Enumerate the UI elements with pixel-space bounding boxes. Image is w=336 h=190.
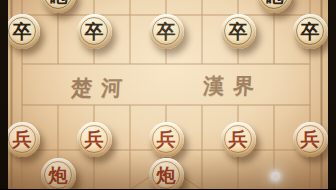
piece-red-soldier-g7[interactable]: 兵 [221, 122, 256, 157]
piece-red-soldier-i7[interactable]: 兵 [293, 122, 328, 157]
piece-red-cannon-b8[interactable]: 炮 [41, 158, 76, 190]
piece-black-soldier-a4[interactable]: 卒 [5, 14, 40, 49]
piece-glyph: 兵 [157, 130, 176, 149]
piece-glyph: 兵 [229, 130, 248, 149]
piece-glyph: 炮 [157, 166, 176, 185]
piece-glyph: 炮 [49, 166, 68, 185]
piece-red-cannon-e8[interactable]: 炮 [149, 158, 184, 190]
piece-glyph: 兵 [301, 130, 320, 149]
piece-black-soldier-i4[interactable]: 卒 [293, 14, 328, 49]
piece-glyph: 卒 [85, 22, 104, 41]
letterbox-right-bar [328, 0, 336, 189]
piece-glyph: 卒 [229, 22, 248, 41]
piece-glyph: 卒 [301, 22, 320, 41]
piece-glyph: 砲 [49, 0, 68, 5]
piece-red-soldier-a7[interactable]: 兵 [5, 122, 40, 157]
piece-glyph: 砲 [265, 0, 284, 5]
move-origin-glow-h8 [271, 172, 280, 181]
letterbox-left-bar [0, 0, 8, 189]
river-label-han-jie: 漢界 [202, 72, 263, 100]
river-label-chu-he: 楚河 [70, 74, 131, 102]
piece-glyph: 兵 [85, 130, 104, 149]
piece-glyph: 卒 [13, 22, 32, 41]
piece-black-soldier-e4[interactable]: 卒 [149, 14, 184, 49]
xiangqi-game-frame: 楚河 漢界 砲砲卒卒卒卒卒兵兵兵兵兵炮炮 [0, 0, 336, 189]
piece-glyph: 卒 [157, 22, 176, 41]
piece-glyph: 兵 [13, 130, 32, 149]
piece-red-soldier-c7[interactable]: 兵 [77, 122, 112, 157]
piece-black-soldier-g4[interactable]: 卒 [221, 14, 256, 49]
piece-black-soldier-c4[interactable]: 卒 [77, 14, 112, 49]
piece-red-soldier-e7[interactable]: 兵 [149, 122, 184, 157]
